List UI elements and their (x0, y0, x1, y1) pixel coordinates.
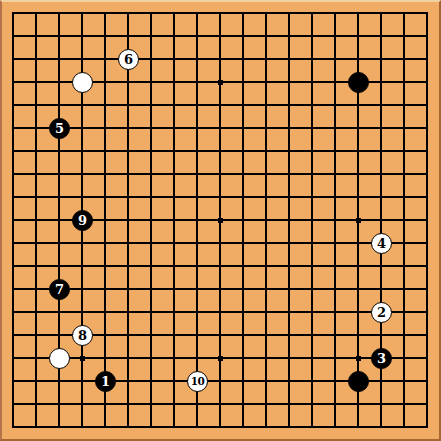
stone-move-number: 2 (377, 306, 386, 319)
white-stone-move-8[interactable]: 8 (72, 325, 93, 346)
white-stone-move-2[interactable]: 2 (371, 302, 392, 323)
star-point (218, 80, 223, 85)
board-grid: 65947283110 (2, 2, 439, 439)
white-stone[interactable] (72, 72, 93, 93)
black-stone-move-5[interactable]: 5 (49, 118, 70, 139)
stone-move-number: 10 (191, 376, 205, 387)
star-point (356, 356, 361, 361)
star-point (218, 218, 223, 223)
stone-move-number: 8 (78, 329, 87, 342)
stone-move-number: 7 (55, 283, 64, 296)
black-stone-move-1[interactable]: 1 (95, 371, 116, 392)
black-stone[interactable] (348, 371, 369, 392)
stone-move-number: 5 (55, 122, 64, 135)
go-board[interactable]: 65947283110 (0, 0, 441, 441)
black-stone-move-3[interactable]: 3 (371, 348, 392, 369)
black-stone-move-9[interactable]: 9 (72, 210, 93, 231)
star-point (356, 218, 361, 223)
go-diagram: 65947283110 (0, 0, 441, 441)
stone-move-number: 9 (78, 214, 87, 227)
star-point (218, 356, 223, 361)
white-stone-move-10[interactable]: 10 (187, 371, 208, 392)
white-stone-move-6[interactable]: 6 (118, 49, 139, 70)
stone-move-number: 6 (124, 53, 133, 66)
stone-move-number: 1 (101, 375, 110, 388)
black-stone-move-7[interactable]: 7 (49, 279, 70, 300)
stone-move-number: 3 (377, 352, 386, 365)
white-stone-move-4[interactable]: 4 (371, 233, 392, 254)
black-stone[interactable] (348, 72, 369, 93)
stone-move-number: 4 (377, 237, 386, 250)
star-point (80, 356, 85, 361)
white-stone[interactable] (49, 348, 70, 369)
